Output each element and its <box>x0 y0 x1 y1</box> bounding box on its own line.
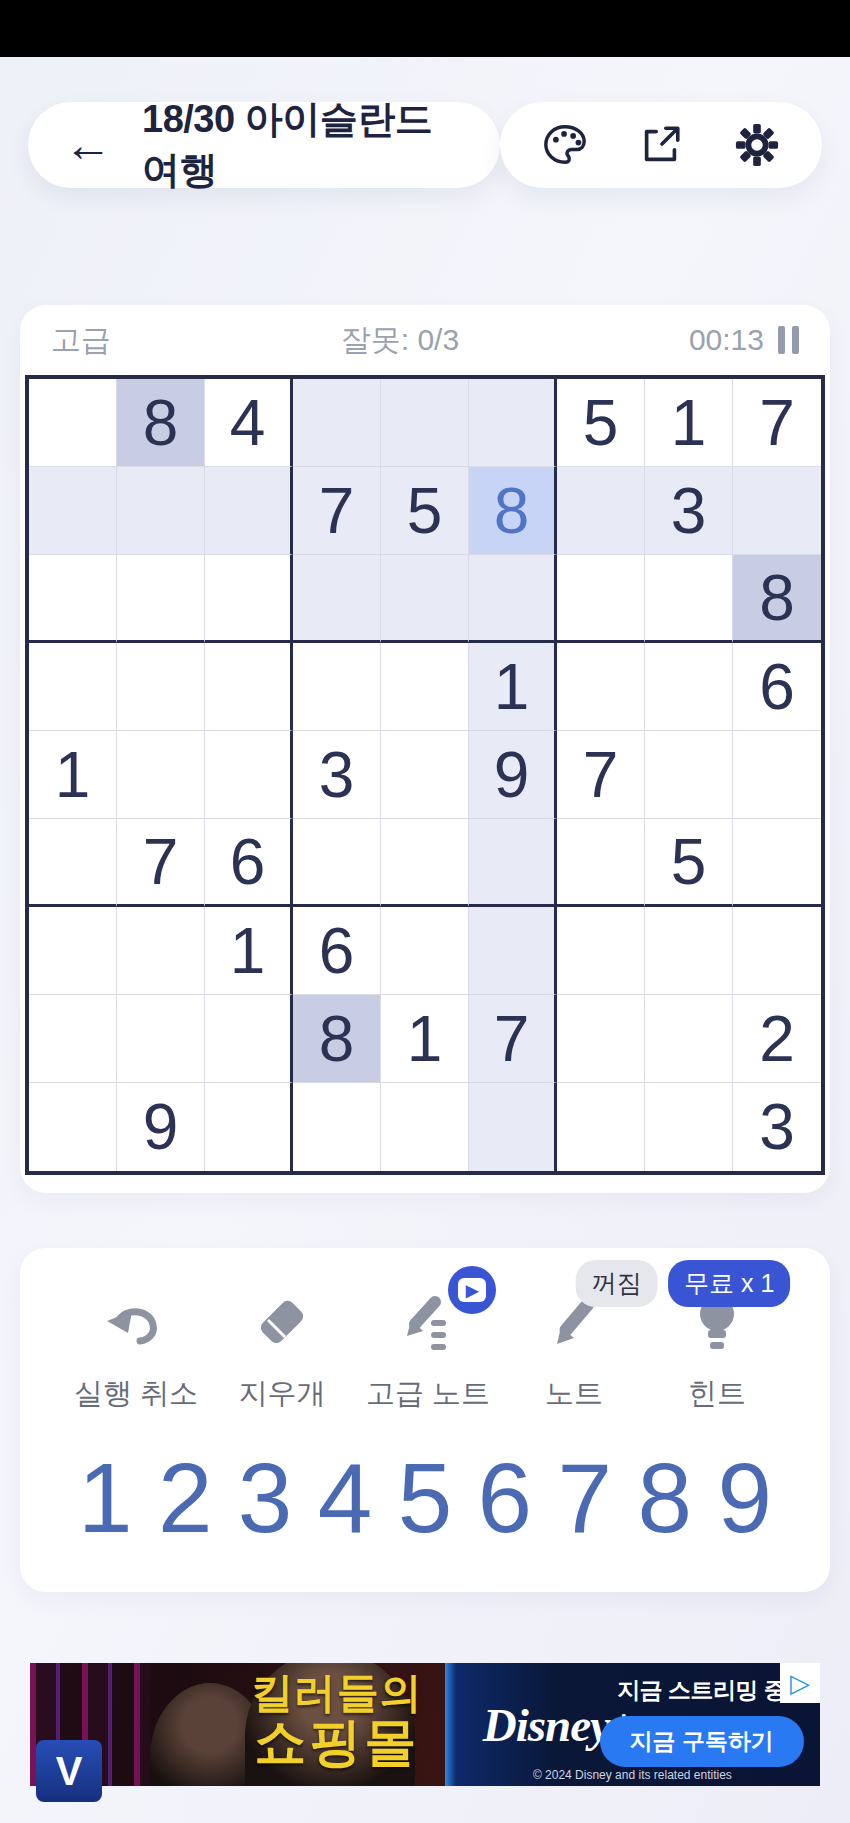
sudoku-cell-r8c5[interactable]: 1 <box>381 995 469 1083</box>
tool-note[interactable]: 꺼짐노트 <box>515 1288 633 1414</box>
sudoku-cell-r8c4[interactable]: 8 <box>293 995 381 1083</box>
sudoku-cell-r8c2[interactable] <box>117 995 205 1083</box>
sudoku-cell-r3c4[interactable] <box>293 555 381 643</box>
adchoices-icon[interactable]: ▷ <box>780 1663 820 1703</box>
sudoku-cell-r3c8[interactable] <box>645 555 733 643</box>
notes-off-badge: 꺼짐 <box>576 1260 658 1307</box>
sudoku-cell-r6c1[interactable] <box>29 819 117 907</box>
numpad-key-3[interactable]: 3 <box>238 1440 293 1558</box>
back-button[interactable]: ← <box>64 121 112 169</box>
sudoku-cell-r5c7[interactable]: 7 <box>557 731 645 819</box>
sudoku-cell-r5c2[interactable] <box>117 731 205 819</box>
sudoku-cell-r1c4[interactable] <box>293 379 381 467</box>
palette-icon[interactable] <box>542 122 588 168</box>
sudoku-cell-r8c6[interactable]: 7 <box>469 995 557 1083</box>
sudoku-cell-r9c9[interactable]: 3 <box>733 1083 821 1171</box>
settings-icon[interactable] <box>734 122 780 168</box>
sudoku-cell-r9c4[interactable] <box>293 1083 381 1171</box>
sudoku-cell-r4c6[interactable]: 1 <box>469 643 557 731</box>
ad-drama-title: 킬러들의 쇼핑몰 <box>251 1671 423 1770</box>
board-status-bar: 고급 잘못: 0/3 00:13 <box>25 305 825 375</box>
sudoku-cell-r2c2[interactable] <box>117 467 205 555</box>
sudoku-cell-r7c8[interactable] <box>645 907 733 995</box>
sudoku-cell-r4c4[interactable] <box>293 643 381 731</box>
sudoku-cell-r6c8[interactable]: 5 <box>645 819 733 907</box>
hint-icon: 무료 x 1 <box>691 1288 743 1354</box>
ad-legal-text: © 2024 Disney and its related entities <box>445 1768 820 1782</box>
tool-label: 노트 <box>545 1374 603 1414</box>
sudoku-cell-r2c7[interactable] <box>557 467 645 555</box>
tool-label: 힌트 <box>688 1374 746 1414</box>
sudoku-cell-r5c3[interactable] <box>205 731 293 819</box>
tool-hint[interactable]: 무료 x 1힌트 <box>658 1288 776 1414</box>
toolbar: 실행 취소지우개▶고급 노트꺼짐노트무료 x 1힌트 <box>60 1288 790 1414</box>
title-pill: ← 18/30 아이슬란드 여행 <box>28 102 500 188</box>
sudoku-cell-r5c6[interactable]: 9 <box>469 731 557 819</box>
sudoku-cell-r4c5[interactable] <box>381 643 469 731</box>
sudoku-cell-r9c5[interactable] <box>381 1083 469 1171</box>
sudoku-cell-r4c1[interactable] <box>29 643 117 731</box>
timer: 00:13 <box>689 323 764 357</box>
sudoku-cell-r8c9[interactable]: 2 <box>733 995 821 1083</box>
sudoku-cell-r2c4[interactable]: 7 <box>293 467 381 555</box>
streaming-text: 지금 스트리밍 중 <box>617 1675 786 1706</box>
sudoku-cell-r2c1[interactable] <box>29 467 117 555</box>
sudoku-cell-r9c7[interactable] <box>557 1083 645 1171</box>
sudoku-cell-r9c2[interactable]: 9 <box>117 1083 205 1171</box>
sudoku-cell-r3c6[interactable] <box>469 555 557 643</box>
numpad-key-7[interactable]: 7 <box>558 1440 613 1558</box>
sudoku-cell-r6c2[interactable]: 7 <box>117 819 205 907</box>
sudoku-cell-r8c8[interactable] <box>645 995 733 1083</box>
ad-banner[interactable]: 킬러들의 쇼핑몰 Disney+ 지금 스트리밍 중 지금 구독하기 © 202… <box>30 1663 820 1786</box>
sudoku-cell-r5c5[interactable] <box>381 731 469 819</box>
android-status-bar <box>0 0 850 57</box>
sudoku-cell-r5c4[interactable]: 3 <box>293 731 381 819</box>
sudoku-cell-r8c1[interactable] <box>29 995 117 1083</box>
sudoku-cell-r9c3[interactable] <box>205 1083 293 1171</box>
sudoku-cell-r7c4[interactable]: 6 <box>293 907 381 995</box>
pause-button[interactable] <box>778 326 799 354</box>
video-ad-badge: ▶ <box>448 1266 496 1314</box>
tool-label: 실행 취소 <box>74 1374 198 1414</box>
advanced-note-icon: ▶ <box>393 1288 463 1354</box>
sudoku-cell-r2c8[interactable]: 3 <box>645 467 733 555</box>
sudoku-cell-r6c6[interactable] <box>469 819 557 907</box>
subscribe-button[interactable]: 지금 구독하기 <box>600 1716 804 1767</box>
tool-undo[interactable]: 실행 취소 <box>74 1288 198 1414</box>
sudoku-cell-r7c2[interactable] <box>117 907 205 995</box>
header: ← 18/30 아이슬란드 여행 <box>0 57 850 188</box>
sudoku-cell-r7c7[interactable] <box>557 907 645 995</box>
tool-advanced-note[interactable]: ▶고급 노트 <box>366 1288 490 1414</box>
sudoku-cell-r6c4[interactable] <box>293 819 381 907</box>
tool-eraser[interactable]: 지우개 <box>223 1288 341 1414</box>
eraser-icon <box>252 1288 312 1354</box>
tool-label: 지우개 <box>239 1374 326 1414</box>
page-title: 18/30 아이슬란드 여행 <box>142 94 464 196</box>
sudoku-cell-r3c1[interactable] <box>29 555 117 643</box>
sudoku-cell-r4c9[interactable]: 6 <box>733 643 821 731</box>
sudoku-cell-r8c7[interactable] <box>557 995 645 1083</box>
sudoku-cell-r3c3[interactable] <box>205 555 293 643</box>
sudoku-cell-r3c2[interactable] <box>117 555 205 643</box>
sudoku-cell-r2c6[interactable]: 8 <box>469 467 557 555</box>
numpad-key-8[interactable]: 8 <box>637 1440 692 1558</box>
sudoku-cell-r5c9[interactable] <box>733 731 821 819</box>
sudoku-cell-r1c2[interactable]: 8 <box>117 379 205 467</box>
sudoku-cell-r3c9[interactable]: 8 <box>733 555 821 643</box>
sudoku-grid: 845177583816139776516817293 <box>25 375 825 1175</box>
numpad-key-6[interactable]: 6 <box>478 1440 533 1558</box>
sudoku-cell-r4c3[interactable] <box>205 643 293 731</box>
sudoku-cell-r1c6[interactable] <box>469 379 557 467</box>
share-icon[interactable] <box>638 122 684 168</box>
sudoku-cell-r7c1[interactable] <box>29 907 117 995</box>
sudoku-cell-r6c9[interactable] <box>733 819 821 907</box>
free-hint-badge: 무료 x 1 <box>668 1260 790 1307</box>
number-pad: 123456789 <box>60 1440 790 1558</box>
header-actions-pill <box>500 102 822 188</box>
sudoku-cell-r7c5[interactable] <box>381 907 469 995</box>
tool-label: 고급 노트 <box>366 1374 490 1414</box>
sudoku-cell-r5c1[interactable]: 1 <box>29 731 117 819</box>
sudoku-cell-r2c9[interactable] <box>733 467 821 555</box>
difficulty-label: 고급 <box>51 320 111 361</box>
undo-icon <box>105 1288 167 1354</box>
tools-card: 실행 취소지우개▶고급 노트꺼짐노트무료 x 1힌트 123456789 <box>20 1248 830 1592</box>
sudoku-cell-r2c5[interactable]: 5 <box>381 467 469 555</box>
sudoku-app-screen: { "game": "sudoku", "position": "0840005… <box>0 0 850 1823</box>
sudoku-cell-r9c8[interactable] <box>645 1083 733 1171</box>
numpad-key-1[interactable]: 1 <box>78 1440 133 1558</box>
sudoku-cell-r1c8[interactable]: 1 <box>645 379 733 467</box>
sudoku-cell-r4c8[interactable] <box>645 643 733 731</box>
sudoku-cell-r9c6[interactable] <box>469 1083 557 1171</box>
numpad-key-4[interactable]: 4 <box>318 1440 373 1558</box>
sudoku-cell-r1c5[interactable] <box>381 379 469 467</box>
sudoku-cell-r7c6[interactable] <box>469 907 557 995</box>
sudoku-cell-r1c1[interactable] <box>29 379 117 467</box>
sudoku-cell-r1c3[interactable]: 4 <box>205 379 293 467</box>
sudoku-cell-r5c8[interactable] <box>645 731 733 819</box>
ad-network-logo[interactable]: V <box>36 1740 102 1802</box>
sudoku-cell-r2c3[interactable] <box>205 467 293 555</box>
sudoku-cell-r1c7[interactable]: 5 <box>557 379 645 467</box>
sudoku-cell-r7c9[interactable] <box>733 907 821 995</box>
sudoku-cell-r7c3[interactable]: 1 <box>205 907 293 995</box>
sudoku-cell-r3c7[interactable] <box>557 555 645 643</box>
sudoku-cell-r6c7[interactable] <box>557 819 645 907</box>
sudoku-cell-r9c1[interactable] <box>29 1083 117 1171</box>
sudoku-cell-r4c7[interactable] <box>557 643 645 731</box>
sudoku-cell-r3c5[interactable] <box>381 555 469 643</box>
numpad-key-9[interactable]: 9 <box>717 1440 772 1558</box>
mistakes-counter: 잘못: 0/3 <box>341 320 459 361</box>
note-icon: 꺼짐 <box>546 1288 602 1354</box>
sudoku-cell-r4c2[interactable] <box>117 643 205 731</box>
sudoku-cell-r6c5[interactable] <box>381 819 469 907</box>
sudoku-cell-r8c3[interactable] <box>205 995 293 1083</box>
board-card: 고급 잘못: 0/3 00:13 84517758381613977651681… <box>20 305 830 1193</box>
ad-disney-panel: Disney+ 지금 스트리밍 중 지금 구독하기 © 2024 Disney … <box>445 1663 820 1786</box>
numpad-key-5[interactable]: 5 <box>398 1440 453 1558</box>
sudoku-cell-r6c3[interactable]: 6 <box>205 819 293 907</box>
sudoku-cell-r1c9[interactable]: 7 <box>733 379 821 467</box>
numpad-key-2[interactable]: 2 <box>158 1440 213 1558</box>
